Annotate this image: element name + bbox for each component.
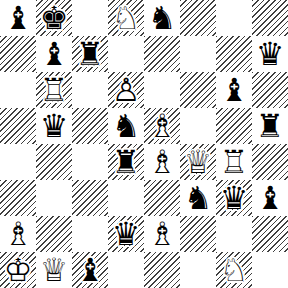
piece-white-bishop: ♗ [144,144,180,180]
piece-black-bishop: ♝ [0,0,36,36]
square-e2[interactable]: ♝♗ [144,216,180,252]
black-rook-body: ♜ [252,108,288,144]
square-e5[interactable]: ♝♗ [144,108,180,144]
square-f3[interactable]: ♞♞ [180,180,216,216]
square-g8[interactable] [216,0,252,36]
piece-black-queen: ♛ [216,180,252,216]
square-f4[interactable]: ♛♕ [180,144,216,180]
black-king-body: ♚ [36,0,72,36]
piece-white-bishop: ♗ [0,216,36,252]
white-bishop-body: ♝ [144,108,180,144]
square-g7[interactable] [216,36,252,72]
square-a6[interactable] [0,72,36,108]
piece-black-queen: ♛ [108,216,144,252]
square-d6[interactable]: ♟♙ [108,72,144,108]
square-e7[interactable] [144,36,180,72]
square-h8[interactable] [252,0,288,36]
square-h5[interactable]: ♜♜ [252,108,288,144]
square-h6[interactable] [252,72,288,108]
piece-black-bishop: ♝ [36,36,72,72]
square-f6[interactable] [180,72,216,108]
square-f5[interactable] [180,108,216,144]
black-bishop-body: ♝ [72,252,108,288]
square-h2[interactable] [252,216,288,252]
black-queen-body: ♛ [252,36,288,72]
square-d7[interactable] [108,36,144,72]
square-c4[interactable] [72,144,108,180]
white-knight-body: ♞ [108,0,144,36]
piece-white-queen: ♕ [36,252,72,288]
square-b5[interactable]: ♛♛ [36,108,72,144]
white-pawn-body: ♟ [108,72,144,108]
black-bishop-body: ♝ [36,36,72,72]
white-rook-body: ♜ [36,72,72,108]
square-a7[interactable] [0,36,36,72]
black-queen-body: ♛ [108,216,144,252]
piece-white-bishop: ♗ [144,216,180,252]
square-f2[interactable] [180,216,216,252]
square-f8[interactable] [180,0,216,36]
piece-white-rook: ♖ [36,72,72,108]
piece-black-king: ♚ [36,0,72,36]
white-knight-body: ♞ [216,252,252,288]
black-queen-body: ♛ [216,180,252,216]
black-bishop-body: ♝ [0,0,36,36]
square-f7[interactable] [180,36,216,72]
square-c3[interactable] [72,180,108,216]
square-a5[interactable] [0,108,36,144]
black-knight-body: ♞ [180,180,216,216]
square-g2[interactable] [216,216,252,252]
square-g1[interactable]: ♞♘ [216,252,252,288]
square-a1[interactable]: ♚♔ [0,252,36,288]
square-b8[interactable]: ♚♚ [36,0,72,36]
piece-black-rook: ♜ [108,144,144,180]
white-bishop-body: ♝ [144,216,180,252]
square-f1[interactable] [180,252,216,288]
white-bishop-body: ♝ [144,144,180,180]
piece-black-queen: ♛ [36,108,72,144]
square-c1[interactable]: ♝♝ [72,252,108,288]
square-d8[interactable]: ♞♘ [108,0,144,36]
piece-white-knight: ♘ [216,252,252,288]
square-c8[interactable] [72,0,108,36]
piece-black-rook: ♜ [72,36,108,72]
square-d1[interactable] [108,252,144,288]
square-b1[interactable]: ♛♕ [36,252,72,288]
square-c7[interactable]: ♜♜ [72,36,108,72]
square-b3[interactable] [36,180,72,216]
piece-black-knight: ♞ [144,0,180,36]
square-d4[interactable]: ♜♜ [108,144,144,180]
square-e8[interactable]: ♞♞ [144,0,180,36]
square-g4[interactable]: ♜♖ [216,144,252,180]
piece-white-knight: ♘ [108,0,144,36]
white-king-body: ♚ [0,252,36,288]
white-rook-body: ♜ [216,144,252,180]
square-d5[interactable]: ♞♞ [108,108,144,144]
piece-black-knight: ♞ [108,108,144,144]
square-h7[interactable]: ♛♛ [252,36,288,72]
square-e4[interactable]: ♝♗ [144,144,180,180]
square-e1[interactable] [144,252,180,288]
piece-black-knight: ♞ [180,180,216,216]
piece-black-bishop: ♝ [72,252,108,288]
square-h4[interactable] [252,144,288,180]
black-rook-body: ♜ [108,144,144,180]
square-h1[interactable] [252,252,288,288]
square-c5[interactable] [72,108,108,144]
piece-black-queen: ♛ [252,36,288,72]
square-c6[interactable] [72,72,108,108]
black-knight-body: ♞ [144,0,180,36]
piece-white-bishop: ♗ [144,108,180,144]
piece-black-bishop: ♝ [252,180,288,216]
square-a3[interactable] [0,180,36,216]
piece-black-rook: ♜ [252,108,288,144]
square-b7[interactable]: ♝♝ [36,36,72,72]
square-a2[interactable]: ♝♗ [0,216,36,252]
square-d3[interactable] [108,180,144,216]
square-b4[interactable] [36,144,72,180]
piece-white-rook: ♖ [216,144,252,180]
black-bishop-body: ♝ [216,72,252,108]
square-g3[interactable]: ♛♛ [216,180,252,216]
piece-white-king: ♔ [0,252,36,288]
square-c2[interactable] [72,216,108,252]
square-b6[interactable]: ♜♖ [36,72,72,108]
square-b2[interactable] [36,216,72,252]
white-queen-body: ♛ [180,144,216,180]
piece-black-bishop: ♝ [216,72,252,108]
black-rook-body: ♜ [72,36,108,72]
square-g6[interactable]: ♝♝ [216,72,252,108]
black-bishop-body: ♝ [252,180,288,216]
square-e3[interactable] [144,180,180,216]
white-queen-body: ♛ [36,252,72,288]
black-queen-body: ♛ [36,108,72,144]
square-g5[interactable] [216,108,252,144]
square-h3[interactable]: ♝♝ [252,180,288,216]
black-knight-body: ♞ [108,108,144,144]
square-a8[interactable]: ♝♝ [0,0,36,36]
piece-white-pawn: ♙ [108,72,144,108]
white-bishop-body: ♝ [0,216,36,252]
chess-board: ♝♝♚♚♞♘♞♞♝♝♜♜♛♛♜♖♟♙♝♝♛♛♞♞♝♗♜♜♜♜♝♗♛♕♜♖♞♞♛♛… [0,0,288,288]
piece-white-queen: ♕ [180,144,216,180]
square-e6[interactable] [144,72,180,108]
square-a4[interactable] [0,144,36,180]
square-d2[interactable]: ♛♛ [108,216,144,252]
